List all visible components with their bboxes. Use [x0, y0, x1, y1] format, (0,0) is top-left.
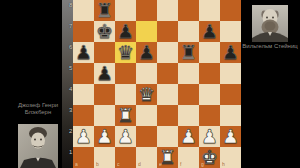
file-label-a: a	[73, 161, 94, 168]
video-frame: ♜♚♟♟♟♛♟♜♟♟♛♜♟♟♟♟♟♟♜♚ 87654321 abcdefgh В…	[0, 0, 300, 168]
file-label-h: h	[220, 161, 241, 168]
file-label-e: e	[157, 161, 178, 168]
steinitz-portrait-photo	[252, 5, 288, 42]
file-label-d: d	[136, 161, 157, 168]
file-labels: abcdefgh	[73, 0, 241, 168]
player-name-bottom: Джозеф Генри Блэкберн	[8, 102, 68, 116]
player-name-bottom-line2: Блэкберн	[8, 109, 68, 116]
player-name-top: Вильгельм Стейниц	[240, 43, 300, 50]
file-label-c: c	[115, 161, 136, 168]
file-label-f: f	[178, 161, 199, 168]
file-label-b: b	[94, 161, 115, 168]
blackburne-portrait-photo	[18, 124, 58, 168]
player-name-bottom-line1: Джозеф Генри	[8, 102, 68, 109]
file-label-g: g	[199, 161, 220, 168]
